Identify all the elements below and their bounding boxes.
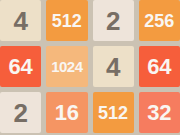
tile-256: 256 xyxy=(139,0,180,41)
tile-64: 64 xyxy=(139,46,180,87)
tile-64: 64 xyxy=(0,46,41,87)
tile-2: 2 xyxy=(0,92,41,133)
tile-512: 512 xyxy=(93,92,134,133)
tile-2: 2 xyxy=(93,0,134,41)
tile-4: 4 xyxy=(0,0,41,41)
tile-512: 512 xyxy=(46,0,87,41)
tile-16: 16 xyxy=(46,92,87,133)
tile-32: 32 xyxy=(139,92,180,133)
game-board-2048[interactable]: 4512225664102446421651232 xyxy=(0,0,180,135)
tile-4: 4 xyxy=(93,46,134,87)
tile-1024: 1024 xyxy=(46,46,87,87)
